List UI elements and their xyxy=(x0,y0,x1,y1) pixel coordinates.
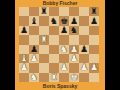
square-g4[interactable]: ♟ xyxy=(79,45,89,54)
piece-black-knight: ♞ xyxy=(70,26,78,35)
square-a1[interactable] xyxy=(19,73,29,82)
square-h5[interactable] xyxy=(89,35,99,44)
piece-black-pawn: ♟ xyxy=(20,26,28,35)
square-h7[interactable]: ♟ xyxy=(89,16,99,25)
square-c8[interactable]: ♜ xyxy=(39,7,49,16)
square-h1[interactable] xyxy=(89,73,99,82)
square-f1[interactable]: ♚ xyxy=(69,73,79,82)
square-d5[interactable] xyxy=(49,35,59,44)
piece-white-pawn: ♟ xyxy=(20,63,28,72)
piece-white-pawn: ♟ xyxy=(30,54,38,63)
piece-black-rook: ♜ xyxy=(40,7,48,16)
square-h4[interactable] xyxy=(89,45,99,54)
square-g6[interactable] xyxy=(79,26,89,35)
piece-white-knight: ♞ xyxy=(60,45,68,54)
letterbox-right xyxy=(105,0,120,90)
square-b3[interactable]: ♟ xyxy=(29,54,39,63)
piece-black-pawn: ♟ xyxy=(90,17,98,26)
square-g2[interactable]: ♟ xyxy=(79,63,89,72)
square-e8[interactable] xyxy=(59,7,69,16)
piece-white-knight: ♞ xyxy=(30,73,38,82)
square-a5[interactable] xyxy=(19,35,29,44)
piece-black-pawn: ♟ xyxy=(80,45,88,54)
piece-white-pawn: ♟ xyxy=(80,63,88,72)
square-h6[interactable] xyxy=(89,26,99,35)
square-c1[interactable] xyxy=(39,73,49,82)
piece-black-knight: ♞ xyxy=(50,17,58,26)
square-a8[interactable] xyxy=(19,7,29,16)
square-b7[interactable]: ♝ xyxy=(29,16,39,25)
square-f8[interactable] xyxy=(69,7,79,16)
square-d4[interactable] xyxy=(49,45,59,54)
square-e6[interactable]: ♟ xyxy=(59,26,69,35)
letterbox-left xyxy=(0,0,15,90)
square-f6[interactable]: ♞ xyxy=(69,26,79,35)
square-b8[interactable] xyxy=(29,7,39,16)
square-c3[interactable] xyxy=(39,54,49,63)
square-a6[interactable]: ♟ xyxy=(19,26,29,35)
square-g7[interactable] xyxy=(79,16,89,25)
chess-board: ♜♜♝♞♚♟♟♟♟♞♜♟♞♟♟♝♟♟♟♟♟♟♞♜♚ xyxy=(19,7,99,82)
square-d1[interactable]: ♜ xyxy=(49,73,59,82)
square-g8[interactable] xyxy=(79,7,89,16)
square-d8[interactable] xyxy=(49,7,59,16)
square-e1[interactable] xyxy=(59,73,69,82)
piece-white-rook: ♜ xyxy=(50,73,58,82)
square-d7[interactable]: ♞ xyxy=(49,16,59,25)
piece-white-pawn: ♟ xyxy=(60,63,68,72)
piece-black-rook: ♜ xyxy=(90,7,98,16)
square-d3[interactable] xyxy=(49,54,59,63)
square-c7[interactable] xyxy=(39,16,49,25)
square-e2[interactable]: ♟ xyxy=(59,63,69,72)
square-f3[interactable]: ♟ xyxy=(69,54,79,63)
square-c4[interactable] xyxy=(39,45,49,54)
square-g1[interactable] xyxy=(79,73,89,82)
piece-black-pawn: ♟ xyxy=(60,26,68,35)
piece-white-pawn: ♟ xyxy=(90,63,98,72)
piece-white-pawn: ♟ xyxy=(70,54,78,63)
square-b6[interactable] xyxy=(29,26,39,35)
piece-white-rook: ♜ xyxy=(40,35,48,44)
square-h8[interactable]: ♜ xyxy=(89,7,99,16)
square-c2[interactable] xyxy=(39,63,49,72)
square-a2[interactable]: ♟ xyxy=(19,63,29,72)
piece-black-bishop: ♝ xyxy=(30,17,38,26)
square-e4[interactable]: ♞ xyxy=(59,45,69,54)
square-h2[interactable]: ♟ xyxy=(89,63,99,72)
thumbnail-content: Bobby Fischer ♜♜♝♞♚♟♟♟♟♞♜♟♞♟♟♝♟♟♟♟♟♟♞♜♚ … xyxy=(15,0,105,90)
player-name-bottom: Boris Spassky xyxy=(15,83,105,89)
piece-white-king: ♚ xyxy=(70,73,78,82)
square-c5[interactable]: ♜ xyxy=(39,35,49,44)
square-d6[interactable] xyxy=(49,26,59,35)
square-b1[interactable]: ♞ xyxy=(29,73,39,82)
